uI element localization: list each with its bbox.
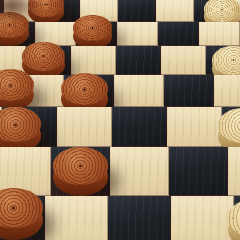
square-r5-c7[interactable]: [222, 107, 240, 147]
square-r4-c2[interactable]: [0, 75, 14, 107]
checker-piece-brown[interactable]: [0, 107, 41, 152]
square-r2-c7[interactable]: [199, 22, 240, 46]
square-r7-c6[interactable]: [171, 196, 234, 240]
piece-face: [73, 15, 112, 41]
square-r4-c7[interactable]: [214, 75, 240, 107]
square-r3-c6[interactable]: [161, 46, 206, 75]
square-r1-c5[interactable]: [118, 0, 156, 22]
square-r4-c6[interactable]: [164, 75, 214, 107]
square-r5-c4[interactable]: [57, 107, 112, 147]
square-r6-c7[interactable]: [228, 147, 240, 196]
square-r1-c7[interactable]: [194, 0, 232, 22]
square-r6-c5[interactable]: [110, 147, 169, 196]
piece-face: [61, 73, 108, 105]
square-r4-c4[interactable]: [64, 75, 114, 107]
square-r3-c5[interactable]: [116, 46, 161, 75]
piece-ring-grooves: [204, 0, 240, 22]
piece-face: [22, 42, 64, 71]
corner-piece-shadow: [0, 0, 40, 22]
square-r3-c4[interactable]: [71, 46, 116, 75]
checker-piece-brown[interactable]: [0, 188, 43, 240]
checkers-board-photo: [0, 0, 240, 240]
square-r5-c5[interactable]: [112, 107, 167, 147]
piece-face: [53, 147, 108, 185]
piece-ring-grooves: [73, 15, 112, 41]
board-row-7: [0, 196, 240, 240]
square-r7-c3[interactable]: [0, 196, 45, 240]
square-r6-c6[interactable]: [169, 147, 228, 196]
square-r3-c7[interactable]: [206, 46, 240, 75]
checker-piece-brown[interactable]: [0, 69, 34, 110]
square-r2-c4[interactable]: [76, 22, 117, 46]
checker-piece-cream[interactable]: [228, 198, 240, 240]
square-r1-c6[interactable]: [156, 0, 194, 22]
board-row-4: [0, 75, 240, 107]
square-r2-c5[interactable]: [117, 22, 158, 46]
checker-piece-brown[interactable]: [53, 147, 108, 196]
piece-ring-grooves: [22, 42, 64, 71]
square-r7-c4[interactable]: [45, 196, 108, 240]
square-r6-c4[interactable]: [51, 147, 110, 196]
square-r7-c5[interactable]: [108, 196, 171, 240]
checker-piece-brown[interactable]: [73, 15, 112, 49]
board-row-5: [0, 107, 240, 147]
piece-ring-grooves: [53, 147, 108, 185]
square-r4-c5[interactable]: [114, 75, 164, 107]
square-r5-c6[interactable]: [167, 107, 222, 147]
square-r2-c6[interactable]: [158, 22, 199, 46]
checkers-board: [0, 0, 240, 240]
piece-face: [204, 0, 240, 22]
board-row-3: [0, 46, 240, 75]
square-r5-c3[interactable]: [2, 107, 57, 147]
square-r7-c7[interactable]: [234, 196, 240, 240]
piece-ring-grooves: [61, 73, 108, 105]
